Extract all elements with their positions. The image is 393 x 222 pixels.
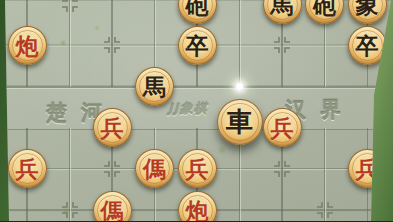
piece-red-cannon[interactable]: 炮 — [178, 191, 217, 222]
app-watermark-logo: JJ象棋 — [168, 100, 208, 118]
piece-black-elephant[interactable]: 象 — [348, 0, 387, 24]
piece-glyph: 兵 — [264, 109, 301, 146]
point-cross-marker — [103, 36, 121, 54]
piece-glyph: 卒 — [179, 27, 216, 64]
piece-glyph: 炮 — [9, 27, 46, 64]
point-cross-marker — [316, 201, 334, 219]
xiangqi-board[interactable]: 楚河 汉界 JJ象棋 砲馬砲象炮卒卒馬兵車兵兵傌兵兵傌炮 — [0, 0, 393, 221]
piece-red-soldier[interactable]: 兵 — [178, 149, 217, 188]
piece-black-cannon[interactable]: 砲 — [178, 0, 217, 24]
piece-black-soldier[interactable]: 卒 — [348, 26, 387, 65]
piece-red-horse[interactable]: 傌 — [135, 149, 174, 188]
piece-black-horse[interactable]: 馬 — [263, 0, 302, 24]
point-cross-marker — [103, 160, 121, 178]
piece-black-soldier[interactable]: 卒 — [178, 26, 217, 65]
point-cross-marker — [61, 0, 79, 13]
piece-glyph: 砲 — [306, 0, 343, 23]
piece-glyph: 兵 — [349, 150, 386, 187]
piece-glyph: 傌 — [94, 192, 131, 222]
piece-glyph: 象 — [349, 0, 386, 23]
piece-red-soldier[interactable]: 兵 — [93, 108, 132, 147]
piece-red-horse[interactable]: 傌 — [93, 191, 132, 222]
piece-glyph: 馬 — [264, 0, 301, 23]
piece-red-soldier[interactable]: 兵 — [263, 108, 302, 147]
move-origin-indicator — [235, 82, 244, 91]
piece-glyph: 傌 — [136, 150, 173, 187]
piece-black-chariot[interactable]: 車 — [217, 99, 263, 145]
piece-glyph: 兵 — [94, 109, 131, 146]
piece-glyph: 車 — [218, 100, 262, 144]
piece-glyph: 兵 — [179, 150, 216, 187]
game-screen: 楚河 汉界 JJ象棋 砲馬砲象炮卒卒馬兵車兵兵傌兵兵傌炮 — [0, 0, 393, 221]
piece-black-cannon[interactable]: 砲 — [305, 0, 344, 24]
point-cross-marker — [273, 36, 291, 54]
point-cross-marker — [273, 160, 291, 178]
piece-glyph: 炮 — [179, 192, 216, 222]
piece-black-horse[interactable]: 馬 — [135, 67, 174, 106]
piece-glyph: 馬 — [136, 68, 173, 105]
point-cross-marker — [61, 201, 79, 219]
piece-red-soldier[interactable]: 兵 — [8, 149, 47, 188]
piece-red-cannon[interactable]: 炮 — [8, 26, 47, 65]
piece-glyph: 卒 — [349, 27, 386, 64]
piece-red-soldier[interactable]: 兵 — [348, 149, 387, 188]
piece-glyph: 砲 — [179, 0, 216, 23]
piece-glyph: 兵 — [9, 150, 46, 187]
